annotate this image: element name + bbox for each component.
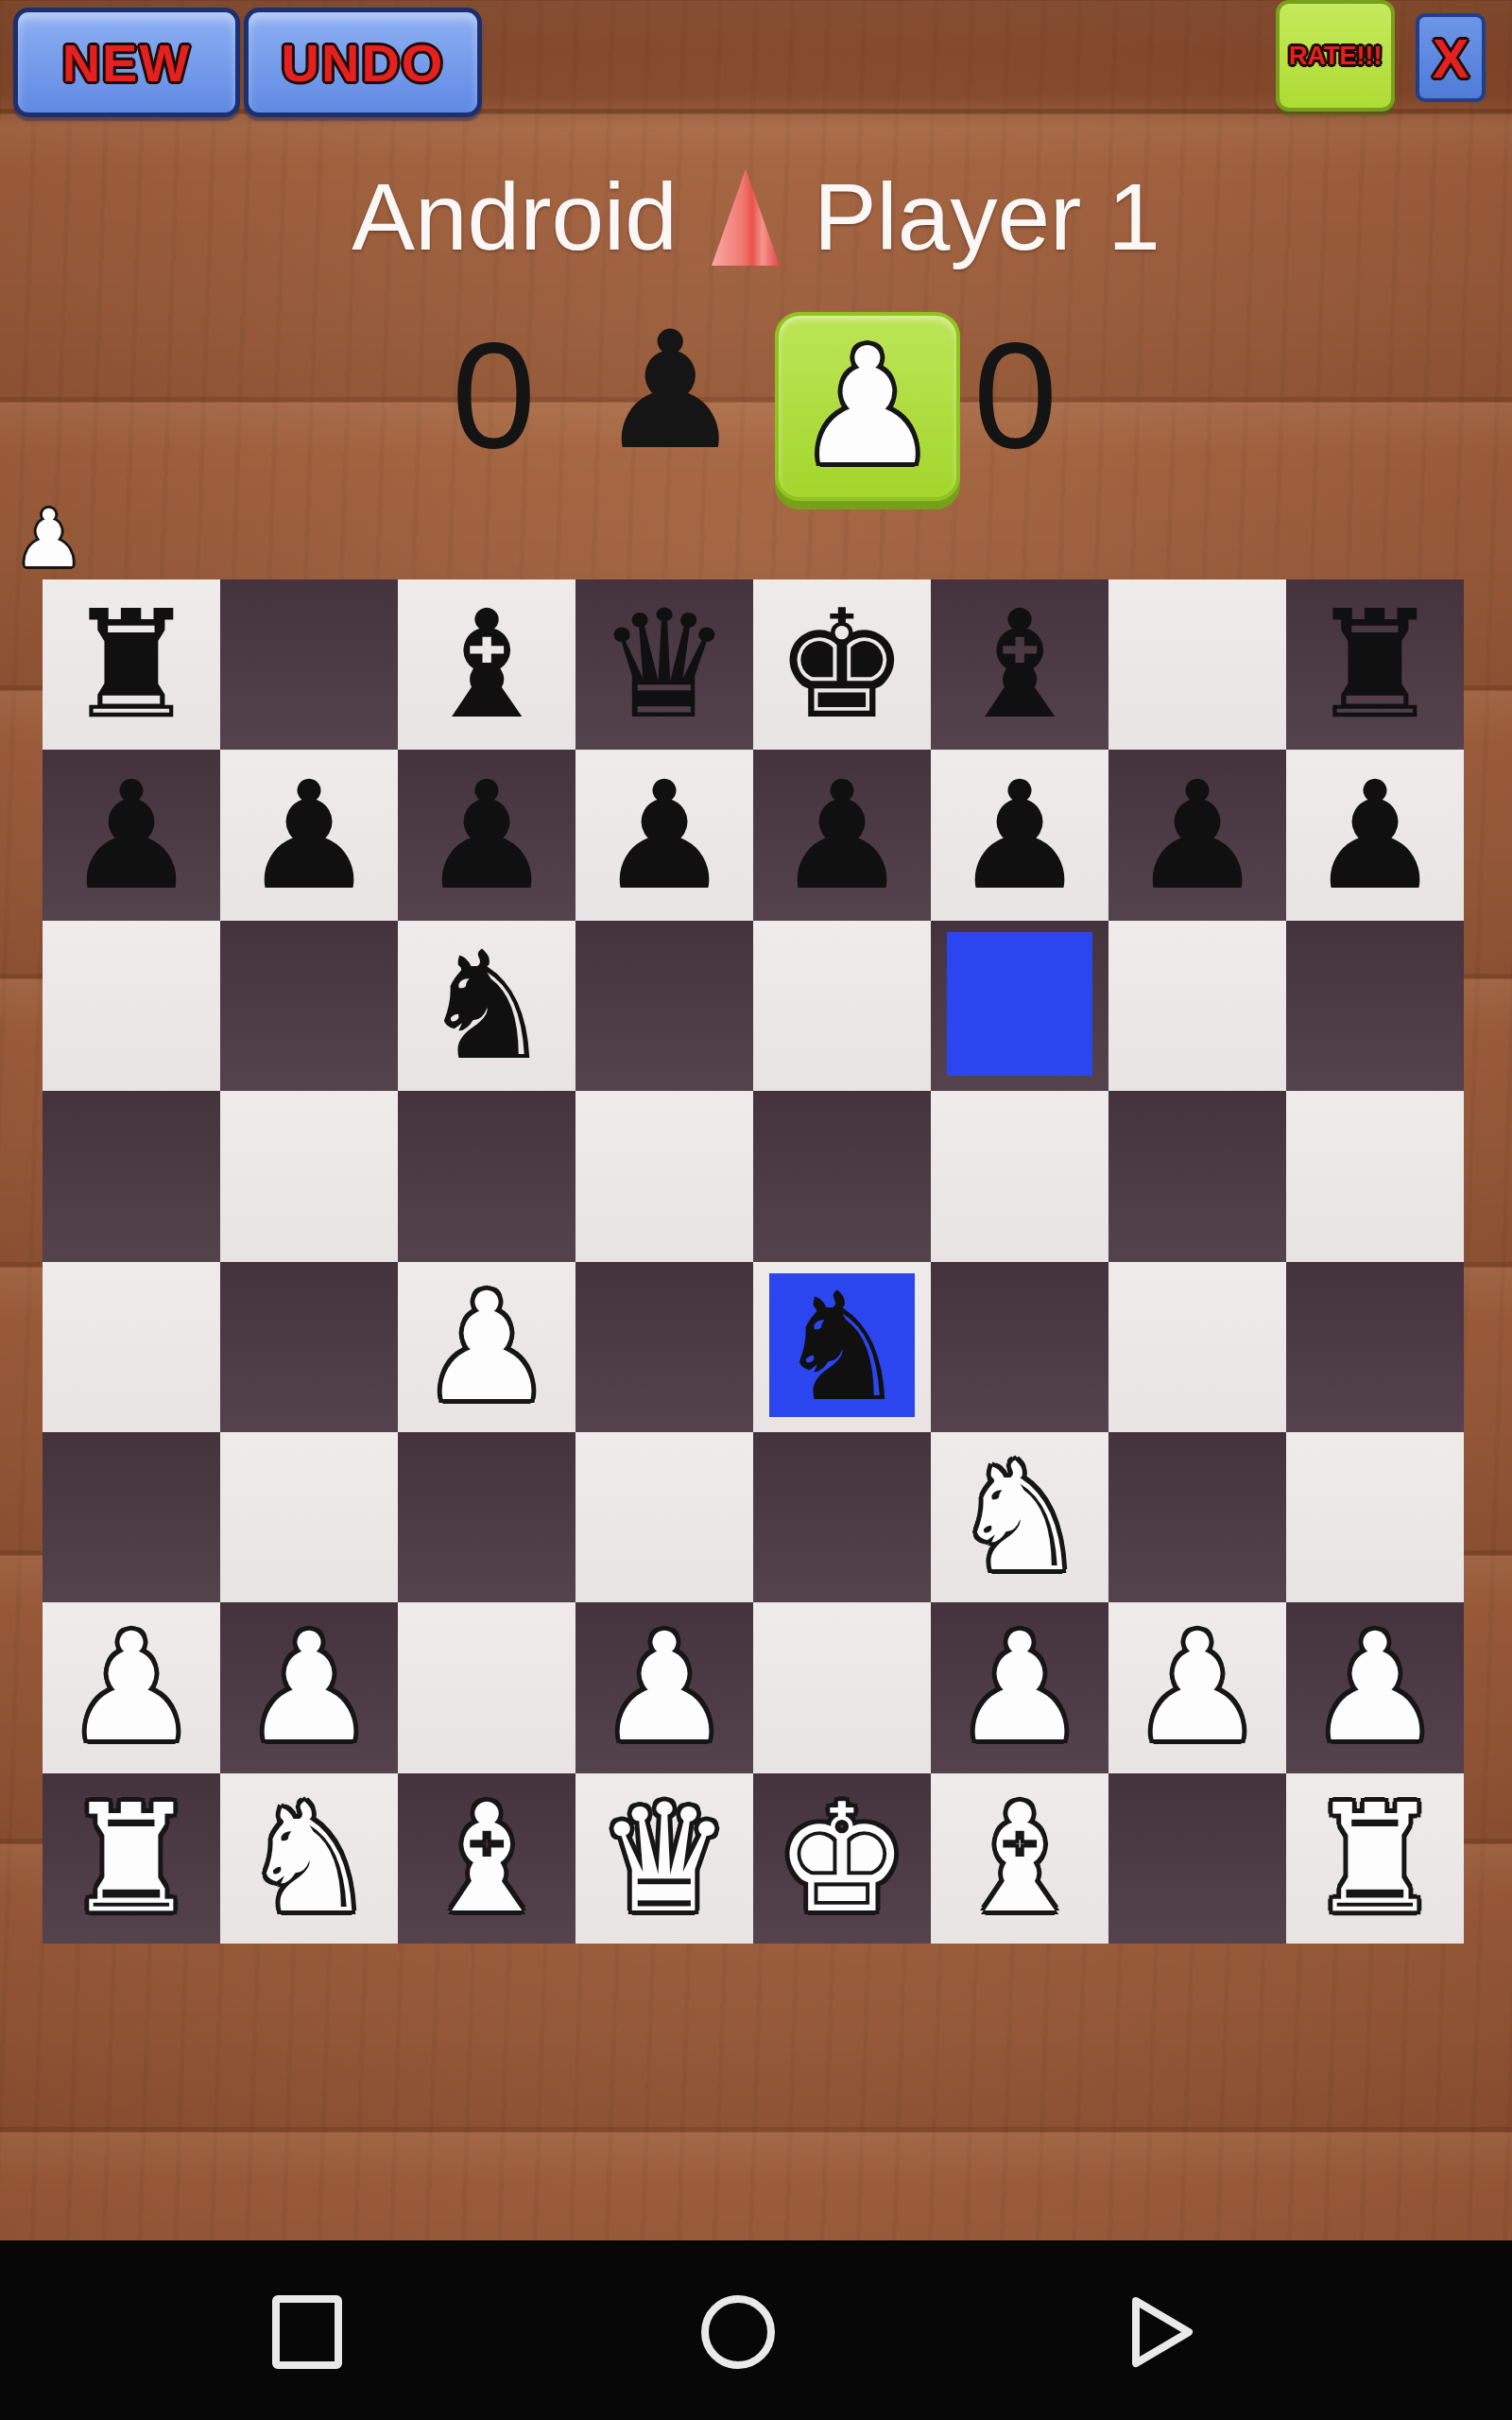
piece-black-pawn: ♟ xyxy=(420,761,554,910)
square-e3[interactable] xyxy=(753,1432,931,1602)
piece-black-pawn: ♟ xyxy=(64,761,198,910)
square-e2[interactable] xyxy=(753,1602,931,1772)
square-e5[interactable] xyxy=(753,1091,931,1261)
square-c1[interactable]: ♝ xyxy=(398,1773,576,1944)
piece-black-bishop: ♝ xyxy=(953,590,1087,739)
piece-black-pawn: ♟ xyxy=(597,761,731,910)
piece-black-queen: ♛ xyxy=(597,590,731,739)
square-b2[interactable]: ♟ xyxy=(220,1602,398,1772)
piece-white-pawn: ♟ xyxy=(64,1613,198,1762)
chess-board[interactable]: ♜♝♛♚♝♜♟♟♟♟♟♟♟♟♞♟♞♞♟♟♟♟♟♟♜♞♝♛♚♝♜ xyxy=(43,579,1464,1944)
close-button[interactable]: X xyxy=(1416,13,1486,102)
white-score: 0 xyxy=(973,320,1057,471)
home-circle-icon[interactable] xyxy=(701,2295,775,2369)
square-g5[interactable] xyxy=(1108,1091,1286,1261)
piece-white-knight: ♞ xyxy=(242,1784,376,1933)
square-g8[interactable] xyxy=(1108,579,1286,750)
square-d5[interactable] xyxy=(576,1091,753,1261)
square-h3[interactable] xyxy=(1286,1432,1464,1602)
square-f4[interactable] xyxy=(931,1262,1108,1432)
square-d2[interactable]: ♟ xyxy=(576,1602,753,1772)
scoreboard: 0 ♟ ♟ 0 xyxy=(0,302,1512,501)
piece-white-knight: ♞ xyxy=(953,1443,1087,1592)
square-a6[interactable] xyxy=(43,921,220,1091)
square-g2[interactable]: ♟ xyxy=(1108,1602,1286,1772)
square-b8[interactable] xyxy=(220,579,398,750)
piece-white-pawn: ♟ xyxy=(953,1613,1087,1762)
red-cone-icon xyxy=(710,167,782,268)
square-a4[interactable] xyxy=(43,1262,220,1432)
square-e1[interactable]: ♚ xyxy=(753,1773,931,1944)
captured-pieces-tray: ♟ xyxy=(13,499,84,579)
square-g6[interactable] xyxy=(1108,921,1286,1091)
square-b1[interactable]: ♞ xyxy=(220,1773,398,1944)
square-a2[interactable]: ♟ xyxy=(43,1602,220,1772)
piece-black-knight: ♞ xyxy=(420,931,554,1080)
square-g7[interactable]: ♟ xyxy=(1108,750,1286,920)
square-g1[interactable] xyxy=(1108,1773,1286,1944)
undo-button[interactable]: UNDO xyxy=(244,8,482,117)
square-a7[interactable]: ♟ xyxy=(43,750,220,920)
piece-white-pawn: ♟ xyxy=(420,1272,554,1422)
piece-black-pawn: ♟ xyxy=(242,761,376,910)
piece-black-rook: ♜ xyxy=(1308,590,1442,739)
white-pawn-icon: ♟ xyxy=(796,310,939,503)
player-white-name: Player 1 xyxy=(814,163,1160,271)
square-h7[interactable]: ♟ xyxy=(1286,750,1464,920)
square-b6[interactable] xyxy=(220,921,398,1091)
recents-square-icon[interactable] xyxy=(272,2295,342,2369)
piece-white-rook: ♜ xyxy=(1308,1784,1442,1933)
piece-white-pawn: ♟ xyxy=(597,1613,731,1762)
square-b7[interactable]: ♟ xyxy=(220,750,398,920)
square-f2[interactable]: ♟ xyxy=(931,1602,1108,1772)
square-e4[interactable]: ♞ xyxy=(753,1262,931,1432)
square-d4[interactable] xyxy=(576,1262,753,1432)
square-e7[interactable]: ♟ xyxy=(753,750,931,920)
square-f1[interactable]: ♝ xyxy=(931,1773,1108,1944)
piece-black-pawn: ♟ xyxy=(953,761,1087,910)
last-move-highlight xyxy=(947,932,1092,1076)
piece-white-pawn: ♟ xyxy=(1308,1613,1442,1762)
square-b3[interactable] xyxy=(220,1432,398,1602)
square-h4[interactable] xyxy=(1286,1262,1464,1432)
black-pawn-icon: ♟ xyxy=(597,289,743,493)
square-b4[interactable] xyxy=(220,1262,398,1432)
piece-white-bishop: ♝ xyxy=(420,1784,554,1933)
square-d1[interactable]: ♛ xyxy=(576,1773,753,1944)
captured-white-pawn-icon: ♟ xyxy=(13,499,84,579)
player-black-name: Android xyxy=(352,163,678,271)
piece-black-bishop: ♝ xyxy=(420,590,554,739)
square-a5[interactable] xyxy=(43,1091,220,1261)
square-f7[interactable]: ♟ xyxy=(931,750,1108,920)
piece-white-bishop: ♝ xyxy=(953,1784,1087,1933)
square-f3[interactable]: ♞ xyxy=(931,1432,1108,1602)
square-g4[interactable] xyxy=(1108,1262,1286,1432)
square-e6[interactable] xyxy=(753,921,931,1091)
square-f8[interactable]: ♝ xyxy=(931,579,1108,750)
square-c2[interactable] xyxy=(398,1602,576,1772)
piece-black-knight: ♞ xyxy=(775,1272,909,1422)
players-title-row: Android Player 1 xyxy=(0,163,1512,271)
piece-black-king: ♚ xyxy=(775,590,909,739)
square-h8[interactable]: ♜ xyxy=(1286,579,1464,750)
piece-black-pawn: ♟ xyxy=(775,761,909,910)
square-g3[interactable] xyxy=(1108,1432,1286,1602)
piece-white-rook: ♜ xyxy=(64,1784,198,1933)
square-c8[interactable]: ♝ xyxy=(398,579,576,750)
square-f5[interactable] xyxy=(931,1091,1108,1261)
piece-black-pawn: ♟ xyxy=(1308,761,1442,910)
android-navbar xyxy=(0,2240,1512,2420)
black-score: 0 xyxy=(452,320,536,471)
square-b5[interactable] xyxy=(220,1091,398,1261)
piece-black-pawn: ♟ xyxy=(1130,761,1264,910)
back-triangle-icon[interactable] xyxy=(1130,2295,1196,2373)
square-d6[interactable] xyxy=(576,921,753,1091)
square-a1[interactable]: ♜ xyxy=(43,1773,220,1944)
new-game-button[interactable]: NEW xyxy=(13,8,240,117)
square-c6[interactable]: ♞ xyxy=(398,921,576,1091)
piece-white-pawn: ♟ xyxy=(242,1613,376,1762)
rate-button[interactable]: RATE!!! xyxy=(1276,0,1395,112)
white-turn-button[interactable]: ♟ xyxy=(775,312,960,501)
piece-white-king: ♚ xyxy=(775,1784,909,1933)
square-h2[interactable]: ♟ xyxy=(1286,1602,1464,1772)
piece-black-rook: ♜ xyxy=(64,590,198,739)
piece-white-pawn: ♟ xyxy=(1130,1613,1264,1762)
square-e8[interactable]: ♚ xyxy=(753,579,931,750)
square-d8[interactable]: ♛ xyxy=(576,579,753,750)
square-c7[interactable]: ♟ xyxy=(398,750,576,920)
piece-white-queen: ♛ xyxy=(597,1784,731,1933)
square-d7[interactable]: ♟ xyxy=(576,750,753,920)
square-a3[interactable] xyxy=(43,1432,220,1602)
square-c4[interactable]: ♟ xyxy=(398,1262,576,1432)
square-h5[interactable] xyxy=(1286,1091,1464,1261)
square-c5[interactable] xyxy=(398,1091,576,1261)
square-f6[interactable] xyxy=(931,921,1108,1091)
square-h1[interactable]: ♜ xyxy=(1286,1773,1464,1944)
square-c3[interactable] xyxy=(398,1432,576,1602)
square-a8[interactable]: ♜ xyxy=(43,579,220,750)
square-d3[interactable] xyxy=(576,1432,753,1602)
square-h6[interactable] xyxy=(1286,921,1464,1091)
